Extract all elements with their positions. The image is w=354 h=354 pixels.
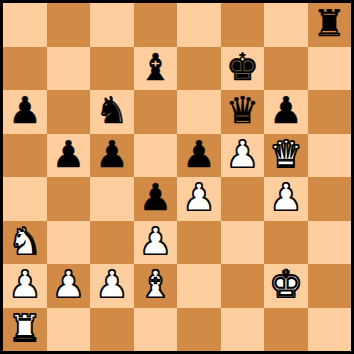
piece-white-bishop[interactable]: ♝	[139, 266, 172, 303]
square-h5[interactable]	[308, 134, 352, 178]
square-a8[interactable]	[3, 3, 47, 47]
square-g2[interactable]: ♚	[264, 264, 308, 308]
piece-white-pawn[interactable]: ♟	[52, 266, 85, 303]
piece-black-bishop[interactable]: ♝	[139, 49, 172, 86]
chess-board-frame: ♜♝♚♟♞♛♟♟♟♟♟♛♟♟♟♞♟♟♟♟♝♚♜	[0, 0, 354, 354]
piece-black-king[interactable]: ♚	[226, 49, 259, 86]
square-c6[interactable]: ♞	[90, 90, 134, 134]
square-f4[interactable]	[221, 177, 265, 221]
square-g6[interactable]: ♟	[264, 90, 308, 134]
square-e1[interactable]	[177, 308, 221, 352]
square-a2[interactable]: ♟	[3, 264, 47, 308]
piece-white-pawn[interactable]: ♟	[182, 179, 215, 216]
square-h8[interactable]: ♜	[308, 3, 352, 47]
square-g5[interactable]: ♛	[264, 134, 308, 178]
piece-white-rook[interactable]: ♜	[8, 310, 41, 347]
square-f8[interactable]	[221, 3, 265, 47]
square-d5[interactable]	[134, 134, 178, 178]
square-d4[interactable]: ♟	[134, 177, 178, 221]
square-e4[interactable]: ♟	[177, 177, 221, 221]
square-g7[interactable]	[264, 47, 308, 91]
piece-white-pawn[interactable]: ♟	[95, 266, 128, 303]
square-f3[interactable]	[221, 221, 265, 265]
square-b8[interactable]	[47, 3, 91, 47]
square-e8[interactable]	[177, 3, 221, 47]
square-a5[interactable]	[3, 134, 47, 178]
piece-black-queen[interactable]: ♛	[226, 92, 259, 129]
square-b2[interactable]: ♟	[47, 264, 91, 308]
square-f5[interactable]: ♟	[221, 134, 265, 178]
square-g3[interactable]	[264, 221, 308, 265]
piece-black-rook[interactable]: ♜	[313, 5, 346, 42]
chess-board: ♜♝♚♟♞♛♟♟♟♟♟♛♟♟♟♞♟♟♟♟♝♚♜	[3, 3, 351, 351]
piece-black-pawn[interactable]: ♟	[95, 136, 128, 173]
square-a4[interactable]	[3, 177, 47, 221]
piece-black-pawn[interactable]: ♟	[182, 136, 215, 173]
square-h7[interactable]	[308, 47, 352, 91]
piece-white-pawn[interactable]: ♟	[226, 136, 259, 173]
square-f1[interactable]	[221, 308, 265, 352]
square-c3[interactable]	[90, 221, 134, 265]
square-e3[interactable]	[177, 221, 221, 265]
square-c4[interactable]	[90, 177, 134, 221]
piece-black-knight[interactable]: ♞	[95, 92, 128, 129]
square-h1[interactable]	[308, 308, 352, 352]
square-d3[interactable]: ♟	[134, 221, 178, 265]
square-e7[interactable]	[177, 47, 221, 91]
square-c1[interactable]	[90, 308, 134, 352]
piece-black-pawn[interactable]: ♟	[8, 92, 41, 129]
square-d7[interactable]: ♝	[134, 47, 178, 91]
square-d6[interactable]	[134, 90, 178, 134]
square-e5[interactable]: ♟	[177, 134, 221, 178]
piece-black-pawn[interactable]: ♟	[139, 179, 172, 216]
square-e2[interactable]	[177, 264, 221, 308]
square-b7[interactable]	[47, 47, 91, 91]
piece-white-king[interactable]: ♚	[269, 266, 302, 303]
square-h2[interactable]	[308, 264, 352, 308]
square-h3[interactable]	[308, 221, 352, 265]
piece-white-pawn[interactable]: ♟	[8, 266, 41, 303]
square-f6[interactable]: ♛	[221, 90, 265, 134]
square-a1[interactable]: ♜	[3, 308, 47, 352]
square-h4[interactable]	[308, 177, 352, 221]
square-g1[interactable]	[264, 308, 308, 352]
square-d2[interactable]: ♝	[134, 264, 178, 308]
square-a7[interactable]	[3, 47, 47, 91]
piece-black-pawn[interactable]: ♟	[269, 92, 302, 129]
square-a3[interactable]: ♞	[3, 221, 47, 265]
square-c7[interactable]	[90, 47, 134, 91]
square-b6[interactable]	[47, 90, 91, 134]
square-c2[interactable]: ♟	[90, 264, 134, 308]
square-e6[interactable]	[177, 90, 221, 134]
square-a6[interactable]: ♟	[3, 90, 47, 134]
square-b1[interactable]	[47, 308, 91, 352]
piece-black-pawn[interactable]: ♟	[52, 136, 85, 173]
piece-white-queen[interactable]: ♛	[269, 136, 302, 173]
square-g4[interactable]: ♟	[264, 177, 308, 221]
square-d8[interactable]	[134, 3, 178, 47]
square-f7[interactable]: ♚	[221, 47, 265, 91]
square-d1[interactable]	[134, 308, 178, 352]
square-h6[interactable]	[308, 90, 352, 134]
square-c8[interactable]	[90, 3, 134, 47]
square-g8[interactable]	[264, 3, 308, 47]
square-f2[interactable]	[221, 264, 265, 308]
piece-white-pawn[interactable]: ♟	[269, 179, 302, 216]
square-b4[interactable]	[47, 177, 91, 221]
piece-white-pawn[interactable]: ♟	[139, 223, 172, 260]
square-c5[interactable]: ♟	[90, 134, 134, 178]
square-b5[interactable]: ♟	[47, 134, 91, 178]
square-b3[interactable]	[47, 221, 91, 265]
piece-white-knight[interactable]: ♞	[8, 223, 41, 260]
